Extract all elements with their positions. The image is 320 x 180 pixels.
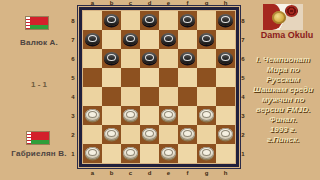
checkers-board bbox=[79, 7, 239, 167]
event-line: Шашкам среди bbox=[246, 85, 320, 95]
event-line: версии FMJD. bbox=[246, 105, 320, 115]
event-description: I. Чемпионат Мира по Русским Шашкам сред… bbox=[246, 55, 320, 145]
flag-green-band bbox=[30, 25, 48, 29]
square-d7[interactable] bbox=[140, 30, 159, 49]
checker-black[interactable] bbox=[161, 33, 176, 45]
square-h7[interactable] bbox=[216, 30, 235, 49]
square-a3[interactable] bbox=[83, 106, 102, 125]
square-c5[interactable] bbox=[121, 68, 140, 87]
checker-white[interactable] bbox=[85, 147, 100, 159]
checker-white[interactable] bbox=[161, 147, 176, 159]
square-g4[interactable] bbox=[197, 87, 216, 106]
event-line: Мира по bbox=[246, 65, 320, 75]
checker-white[interactable] bbox=[180, 128, 195, 140]
rank-label-7: 7 bbox=[69, 30, 77, 49]
video-frame: Валюк А. 1 - 1 Габриелян В. abcdefgh abc… bbox=[0, 0, 320, 180]
square-d2[interactable] bbox=[140, 125, 159, 144]
file-label-d: d bbox=[140, 0, 159, 7]
player-top-name: Валюк А. bbox=[0, 38, 78, 47]
square-f3[interactable] bbox=[178, 106, 197, 125]
square-e8[interactable] bbox=[159, 11, 178, 30]
square-c6[interactable] bbox=[121, 49, 140, 68]
checker-black[interactable] bbox=[104, 52, 119, 64]
checker-white[interactable] bbox=[123, 109, 138, 121]
square-f1[interactable] bbox=[178, 144, 197, 163]
square-a6[interactable] bbox=[83, 49, 102, 68]
square-d3[interactable] bbox=[140, 106, 159, 125]
rank-label-4: 4 bbox=[69, 87, 77, 106]
event-line: 1993 г. bbox=[246, 125, 320, 135]
square-a1[interactable] bbox=[83, 144, 102, 163]
square-e3[interactable] bbox=[159, 106, 178, 125]
square-c7[interactable] bbox=[121, 30, 140, 49]
file-label-e: e bbox=[159, 170, 178, 176]
file-label-h: h bbox=[216, 170, 235, 176]
square-f6[interactable] bbox=[178, 49, 197, 68]
square-b6[interactable] bbox=[102, 49, 121, 68]
square-g1[interactable] bbox=[197, 144, 216, 163]
square-e7[interactable] bbox=[159, 30, 178, 49]
file-label-f: f bbox=[178, 0, 197, 7]
flag-green-band bbox=[31, 140, 49, 144]
square-b4[interactable] bbox=[102, 87, 121, 106]
checker-black[interactable] bbox=[142, 14, 157, 26]
file-labels-top: abcdefgh bbox=[83, 0, 235, 7]
square-b7[interactable] bbox=[102, 30, 121, 49]
rank-label-8: 8 bbox=[239, 11, 247, 30]
square-b3[interactable] bbox=[102, 106, 121, 125]
board-squares bbox=[83, 11, 235, 163]
square-h4[interactable] bbox=[216, 87, 235, 106]
checker-black[interactable] bbox=[180, 14, 195, 26]
square-b5[interactable] bbox=[102, 68, 121, 87]
file-label-a: a bbox=[83, 0, 102, 7]
flag-red-band bbox=[30, 17, 48, 25]
checker-black[interactable] bbox=[218, 52, 233, 64]
square-d6[interactable] bbox=[140, 49, 159, 68]
square-f4[interactable] bbox=[178, 87, 197, 106]
square-a5[interactable] bbox=[83, 68, 102, 87]
square-f2[interactable] bbox=[178, 125, 197, 144]
belarus-flag-top-player bbox=[26, 17, 48, 29]
square-d5[interactable] bbox=[140, 68, 159, 87]
file-label-a: a bbox=[83, 170, 102, 176]
square-e1[interactable] bbox=[159, 144, 178, 163]
square-c2[interactable] bbox=[121, 125, 140, 144]
rank-label-2: 2 bbox=[69, 125, 77, 144]
checker-white[interactable] bbox=[85, 109, 100, 121]
square-g2[interactable] bbox=[197, 125, 216, 144]
rank-label-3: 3 bbox=[69, 106, 77, 125]
checker-white[interactable] bbox=[199, 147, 214, 159]
checker-white[interactable] bbox=[218, 128, 233, 140]
logo-gold-checker-icon bbox=[272, 11, 286, 24]
checker-white[interactable] bbox=[104, 128, 119, 140]
checker-black[interactable] bbox=[123, 33, 138, 45]
rank-label-5: 5 bbox=[69, 68, 77, 87]
square-e5[interactable] bbox=[159, 68, 178, 87]
file-label-d: d bbox=[140, 170, 159, 176]
rank-label-7: 7 bbox=[239, 30, 247, 49]
file-label-h: h bbox=[216, 0, 235, 7]
file-label-b: b bbox=[102, 0, 121, 7]
checker-white[interactable] bbox=[161, 109, 176, 121]
square-a2[interactable] bbox=[83, 125, 102, 144]
square-d8[interactable] bbox=[140, 11, 159, 30]
checker-white[interactable] bbox=[199, 109, 214, 121]
event-line: Русским bbox=[246, 75, 320, 85]
dama-okulu-logo bbox=[263, 4, 303, 30]
square-c4[interactable] bbox=[121, 87, 140, 106]
square-h8[interactable] bbox=[216, 11, 235, 30]
square-a4[interactable] bbox=[83, 87, 102, 106]
checker-black[interactable] bbox=[85, 33, 100, 45]
flag-bands bbox=[30, 17, 48, 29]
file-label-g: g bbox=[197, 170, 216, 176]
checker-black[interactable] bbox=[218, 14, 233, 26]
file-labels-bottom: abcdefgh bbox=[83, 170, 235, 176]
checker-black[interactable] bbox=[104, 14, 119, 26]
file-label-g: g bbox=[197, 0, 216, 7]
square-d4[interactable] bbox=[140, 87, 159, 106]
square-g8[interactable] bbox=[197, 11, 216, 30]
file-label-e: e bbox=[159, 0, 178, 7]
square-h5[interactable] bbox=[216, 68, 235, 87]
event-line: мужчин по bbox=[246, 95, 320, 105]
square-g6[interactable] bbox=[197, 49, 216, 68]
square-e2[interactable] bbox=[159, 125, 178, 144]
file-label-b: b bbox=[102, 170, 121, 176]
square-h3[interactable] bbox=[216, 106, 235, 125]
file-label-c: c bbox=[121, 0, 140, 7]
event-line: I. Чемпионат bbox=[246, 55, 320, 65]
rank-label-8: 8 bbox=[69, 11, 77, 30]
square-h2[interactable] bbox=[216, 125, 235, 144]
logo-red-checker-icon bbox=[285, 5, 298, 17]
square-g3[interactable] bbox=[197, 106, 216, 125]
checker-white[interactable] bbox=[123, 147, 138, 159]
flag-red-band bbox=[31, 132, 49, 140]
square-c1[interactable] bbox=[121, 144, 140, 163]
square-e6[interactable] bbox=[159, 49, 178, 68]
checker-black[interactable] bbox=[180, 52, 195, 64]
square-a8[interactable] bbox=[83, 11, 102, 30]
event-line: г.Пинск. bbox=[246, 135, 320, 145]
square-b1[interactable] bbox=[102, 144, 121, 163]
checker-white[interactable] bbox=[142, 128, 157, 140]
rank-label-6: 6 bbox=[69, 49, 77, 68]
square-f8[interactable] bbox=[178, 11, 197, 30]
square-b8[interactable] bbox=[102, 11, 121, 30]
checker-black[interactable] bbox=[199, 33, 214, 45]
belarus-flag-bottom-player bbox=[27, 132, 49, 144]
square-c3[interactable] bbox=[121, 106, 140, 125]
checker-black[interactable] bbox=[142, 52, 157, 64]
square-f5[interactable] bbox=[178, 68, 197, 87]
square-g5[interactable] bbox=[197, 68, 216, 87]
square-d1[interactable] bbox=[140, 144, 159, 163]
match-score: 1 - 1 bbox=[0, 80, 78, 89]
flag-bands bbox=[31, 132, 49, 144]
file-label-c: c bbox=[121, 170, 140, 176]
square-b2[interactable] bbox=[102, 125, 121, 144]
square-h6[interactable] bbox=[216, 49, 235, 68]
dama-okulu-label: Dama Okulu bbox=[255, 30, 319, 40]
square-h1[interactable] bbox=[216, 144, 235, 163]
rank-label-1: 1 bbox=[69, 144, 77, 163]
square-a7[interactable] bbox=[83, 30, 102, 49]
square-f7[interactable] bbox=[178, 30, 197, 49]
square-e4[interactable] bbox=[159, 87, 178, 106]
player-bottom-name: Габриелян В. bbox=[0, 149, 78, 158]
rank-labels-left: 87654321 bbox=[69, 11, 77, 163]
square-g7[interactable] bbox=[197, 30, 216, 49]
square-c8[interactable] bbox=[121, 11, 140, 30]
rank-label-1: 1 bbox=[239, 144, 247, 163]
file-label-f: f bbox=[178, 170, 197, 176]
event-line: Финал. bbox=[246, 115, 320, 125]
